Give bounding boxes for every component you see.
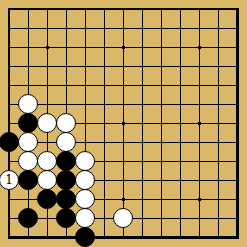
point[interactable] [95, 76, 114, 95]
grid-line-horizontal [95, 199, 114, 200]
point[interactable] [57, 114, 76, 133]
point[interactable] [0, 76, 19, 95]
grid-line-horizontal [152, 47, 171, 48]
grid-line-horizontal [133, 218, 152, 219]
point[interactable] [38, 133, 57, 152]
point[interactable] [152, 171, 171, 190]
white-stone [37, 151, 57, 171]
grid-line-horizontal [152, 85, 171, 86]
point[interactable] [38, 228, 57, 247]
grid-line-horizontal [190, 85, 209, 86]
grid-line-horizontal [8, 8, 19, 10]
point[interactable] [19, 114, 38, 133]
grid-line-horizontal [228, 66, 239, 67]
star-point [122, 198, 125, 201]
point[interactable] [19, 19, 38, 38]
point[interactable] [228, 190, 247, 209]
grid-line-horizontal [152, 8, 171, 10]
point[interactable] [19, 76, 38, 95]
grid-line-horizontal [228, 161, 239, 162]
point[interactable] [133, 209, 152, 228]
black-stone [56, 170, 76, 190]
point[interactable] [133, 95, 152, 114]
point[interactable] [38, 171, 57, 190]
grid-line-horizontal [95, 180, 114, 181]
point[interactable] [57, 228, 76, 247]
point[interactable] [57, 38, 76, 57]
grid-line-horizontal [152, 218, 171, 219]
white-stone [18, 132, 38, 152]
point[interactable] [95, 0, 114, 19]
point[interactable] [19, 57, 38, 76]
point[interactable] [152, 38, 171, 57]
point[interactable] [209, 209, 228, 228]
point[interactable] [152, 209, 171, 228]
white-stone [18, 151, 38, 171]
grid-line-horizontal [114, 66, 133, 67]
black-stone [56, 208, 76, 228]
grid-line-horizontal [19, 47, 38, 48]
point[interactable] [19, 38, 38, 57]
point[interactable] [190, 38, 209, 57]
point[interactable] [209, 0, 228, 19]
grid-line-horizontal [171, 47, 190, 48]
grid-line-horizontal [95, 218, 114, 219]
black-stone [0, 132, 19, 152]
point[interactable] [190, 95, 209, 114]
grid-line-horizontal [57, 66, 76, 67]
grid-line-horizontal [209, 28, 228, 29]
grid-line-horizontal [152, 236, 171, 239]
point[interactable] [38, 76, 57, 95]
go-board: 1 [0, 0, 247, 247]
point[interactable] [133, 171, 152, 190]
grid-line-horizontal [171, 104, 190, 105]
grid-line-horizontal [171, 218, 190, 219]
point[interactable] [38, 0, 57, 19]
point[interactable] [171, 209, 190, 228]
black-stone [18, 113, 38, 133]
grid-line-horizontal [133, 66, 152, 67]
grid-line-horizontal [114, 161, 133, 162]
point[interactable] [228, 171, 247, 190]
grid-line-horizontal [209, 66, 228, 67]
point[interactable] [95, 95, 114, 114]
point[interactable] [76, 228, 95, 247]
point[interactable] [228, 152, 247, 171]
grid-line-horizontal [8, 236, 19, 239]
point[interactable] [171, 228, 190, 247]
point[interactable] [38, 209, 57, 228]
point[interactable] [76, 57, 95, 76]
point[interactable] [152, 114, 171, 133]
point[interactable] [133, 19, 152, 38]
point[interactable] [0, 133, 19, 152]
point[interactable] [76, 152, 95, 171]
point[interactable] [171, 114, 190, 133]
point[interactable] [171, 19, 190, 38]
point[interactable] [57, 0, 76, 19]
point[interactable] [95, 114, 114, 133]
point[interactable] [114, 114, 133, 133]
black-stone [56, 189, 76, 209]
grid-line-horizontal [114, 236, 133, 239]
grid-line-horizontal [133, 8, 152, 10]
point[interactable] [209, 152, 228, 171]
point[interactable] [190, 76, 209, 95]
point[interactable] [57, 57, 76, 76]
point[interactable] [38, 57, 57, 76]
point[interactable] [0, 152, 19, 171]
grid-line-horizontal [133, 142, 152, 143]
grid-line-horizontal [19, 8, 38, 10]
point[interactable] [133, 190, 152, 209]
point[interactable] [0, 114, 19, 133]
grid-line-horizontal [228, 123, 239, 124]
star-point [198, 198, 201, 201]
point[interactable] [190, 19, 209, 38]
grid-line-horizontal [57, 104, 76, 105]
point[interactable] [133, 57, 152, 76]
grid-line-horizontal [76, 66, 95, 67]
grid-line-horizontal [76, 28, 95, 29]
point[interactable] [0, 19, 19, 38]
grid-line-horizontal [209, 85, 228, 86]
point[interactable] [209, 133, 228, 152]
grid-line-horizontal [209, 218, 228, 219]
point[interactable] [19, 95, 38, 114]
grid-line-horizontal [8, 66, 19, 67]
grid-line-horizontal [209, 123, 228, 124]
point[interactable] [19, 152, 38, 171]
black-stone [56, 151, 76, 171]
point[interactable] [152, 95, 171, 114]
grid-line-horizontal [8, 199, 19, 200]
grid-line-horizontal [76, 85, 95, 86]
point[interactable] [209, 171, 228, 190]
grid-line-horizontal [95, 85, 114, 86]
point[interactable] [114, 228, 133, 247]
point[interactable] [190, 228, 209, 247]
point[interactable] [76, 0, 95, 19]
point[interactable] [228, 76, 247, 95]
point[interactable] [57, 171, 76, 190]
white-stone [75, 189, 95, 209]
point[interactable] [114, 38, 133, 57]
point[interactable] [95, 209, 114, 228]
point[interactable] [19, 0, 38, 19]
point[interactable] [152, 57, 171, 76]
point[interactable] [171, 76, 190, 95]
star-point [198, 122, 201, 125]
point[interactable] [95, 133, 114, 152]
grid-line-horizontal [133, 47, 152, 48]
point[interactable] [95, 152, 114, 171]
point[interactable] [209, 19, 228, 38]
grid-line-horizontal [228, 180, 239, 181]
point[interactable] [152, 0, 171, 19]
point[interactable] [190, 114, 209, 133]
point[interactable] [57, 133, 76, 152]
point[interactable] [190, 152, 209, 171]
grid-line-horizontal [76, 104, 95, 105]
point[interactable] [133, 228, 152, 247]
point[interactable] [114, 171, 133, 190]
point[interactable] [76, 95, 95, 114]
point[interactable] [0, 57, 19, 76]
black-stone [75, 227, 95, 247]
point[interactable] [76, 133, 95, 152]
grid-line-horizontal [38, 28, 57, 29]
point[interactable] [114, 76, 133, 95]
grid-line-horizontal [57, 8, 76, 10]
point[interactable] [76, 76, 95, 95]
grid-line-horizontal [95, 8, 114, 10]
point[interactable] [38, 38, 57, 57]
point[interactable] [133, 152, 152, 171]
point[interactable] [114, 152, 133, 171]
point[interactable] [57, 95, 76, 114]
point[interactable] [190, 171, 209, 190]
point[interactable] [57, 190, 76, 209]
grid-line-horizontal [171, 85, 190, 86]
black-stone [18, 170, 38, 190]
grid-line-horizontal [171, 123, 190, 124]
go-board-diagram: 1 [0, 0, 247, 247]
grid-line-horizontal [171, 236, 190, 239]
grid-line-horizontal [38, 66, 57, 67]
grid-line-horizontal [95, 66, 114, 67]
grid-line-horizontal [190, 161, 209, 162]
point[interactable]: 1 [0, 171, 19, 190]
point[interactable] [228, 0, 247, 19]
grid-line-horizontal [228, 47, 239, 48]
point[interactable] [76, 19, 95, 38]
grid-line-horizontal [228, 8, 239, 10]
point[interactable] [171, 133, 190, 152]
grid-line-horizontal [76, 123, 95, 124]
point[interactable] [133, 0, 152, 19]
grid-line-horizontal [190, 66, 209, 67]
grid-line-horizontal [95, 142, 114, 143]
point[interactable] [38, 152, 57, 171]
grid-line-horizontal [19, 236, 38, 239]
point[interactable] [133, 114, 152, 133]
point[interactable] [76, 114, 95, 133]
point[interactable] [19, 171, 38, 190]
point[interactable] [171, 171, 190, 190]
grid-line-horizontal [190, 218, 209, 219]
grid-line-horizontal [190, 180, 209, 181]
grid-line-horizontal [38, 236, 57, 239]
grid-line-horizontal [133, 161, 152, 162]
point[interactable] [19, 228, 38, 247]
grid-line-horizontal [19, 85, 38, 86]
point[interactable] [209, 76, 228, 95]
grid-line-horizontal [19, 66, 38, 67]
point[interactable] [114, 209, 133, 228]
point[interactable] [133, 76, 152, 95]
grid-line-horizontal [228, 85, 239, 86]
point[interactable] [114, 19, 133, 38]
white-stone [113, 208, 133, 228]
point[interactable] [190, 190, 209, 209]
point[interactable] [0, 209, 19, 228]
point[interactable] [152, 133, 171, 152]
grid-line-horizontal [152, 142, 171, 143]
grid-line-horizontal [171, 180, 190, 181]
point[interactable] [0, 95, 19, 114]
grid-line-horizontal [133, 180, 152, 181]
point[interactable] [19, 133, 38, 152]
point[interactable] [95, 190, 114, 209]
point[interactable] [152, 19, 171, 38]
grid-line-horizontal [95, 28, 114, 29]
point[interactable] [114, 0, 133, 19]
point[interactable] [228, 228, 247, 247]
point[interactable] [95, 57, 114, 76]
grid-line-horizontal [95, 104, 114, 105]
point[interactable] [209, 38, 228, 57]
grid-line-horizontal [209, 161, 228, 162]
point[interactable] [228, 209, 247, 228]
point[interactable] [114, 133, 133, 152]
grid-line-horizontal [171, 8, 190, 10]
point[interactable] [0, 228, 19, 247]
grid-line-horizontal [228, 218, 239, 219]
point[interactable] [228, 95, 247, 114]
point[interactable] [171, 0, 190, 19]
point[interactable] [209, 57, 228, 76]
point[interactable] [171, 57, 190, 76]
grid-line-horizontal [57, 236, 76, 239]
point[interactable] [19, 190, 38, 209]
point[interactable] [152, 228, 171, 247]
grid-line-horizontal [38, 8, 57, 10]
point[interactable] [133, 38, 152, 57]
point[interactable] [209, 114, 228, 133]
white-stone [56, 132, 76, 152]
point[interactable] [0, 38, 19, 57]
point[interactable] [190, 133, 209, 152]
white-stone-move-1: 1 [0, 170, 19, 190]
grid-line-horizontal [209, 8, 228, 10]
grid-line-horizontal [133, 199, 152, 200]
point[interactable] [76, 38, 95, 57]
point[interactable] [38, 95, 57, 114]
white-stone [18, 94, 38, 114]
grid-line-horizontal [171, 161, 190, 162]
point[interactable] [0, 0, 19, 19]
point[interactable] [57, 209, 76, 228]
point[interactable] [228, 114, 247, 133]
grid-line-horizontal [57, 28, 76, 29]
point[interactable] [57, 19, 76, 38]
grid-line-horizontal [95, 123, 114, 124]
point[interactable] [95, 171, 114, 190]
point[interactable] [171, 190, 190, 209]
point[interactable] [95, 19, 114, 38]
grid-line-horizontal [114, 85, 133, 86]
grid-line-horizontal [209, 199, 228, 200]
grid-line-horizontal [8, 47, 19, 48]
grid-line-horizontal [209, 47, 228, 48]
grid-line-horizontal [133, 104, 152, 105]
grid-line-horizontal [228, 28, 239, 29]
point[interactable] [171, 95, 190, 114]
grid-line-horizontal [171, 142, 190, 143]
point[interactable] [190, 57, 209, 76]
star-point [46, 46, 49, 49]
grid-line-horizontal [95, 236, 114, 239]
point[interactable] [76, 190, 95, 209]
grid-line-horizontal [209, 142, 228, 143]
point[interactable] [38, 190, 57, 209]
point[interactable] [228, 133, 247, 152]
point[interactable] [76, 171, 95, 190]
point[interactable] [171, 152, 190, 171]
grid-line-horizontal [133, 85, 152, 86]
point[interactable] [133, 133, 152, 152]
point[interactable] [209, 190, 228, 209]
point[interactable] [228, 19, 247, 38]
point[interactable] [0, 190, 19, 209]
point[interactable] [114, 95, 133, 114]
point[interactable] [19, 209, 38, 228]
grid-line-horizontal [209, 236, 228, 239]
grid-line-horizontal [19, 199, 38, 200]
grid-line-horizontal [95, 161, 114, 162]
point[interactable] [57, 152, 76, 171]
point[interactable] [228, 57, 247, 76]
grid-line-horizontal [57, 47, 76, 48]
grid-line-horizontal [190, 28, 209, 29]
star-point [122, 46, 125, 49]
grid-line-horizontal [209, 180, 228, 181]
grid-line-horizontal [152, 123, 171, 124]
grid-line-horizontal [95, 47, 114, 48]
point[interactable] [38, 19, 57, 38]
grid-line-horizontal [228, 104, 239, 105]
point[interactable] [209, 95, 228, 114]
point[interactable] [171, 38, 190, 57]
grid-line-horizontal [171, 28, 190, 29]
point[interactable] [152, 152, 171, 171]
grid-line-horizontal [19, 28, 38, 29]
grid-line-horizontal [76, 8, 95, 10]
point[interactable] [57, 76, 76, 95]
point[interactable] [114, 57, 133, 76]
star-point [122, 122, 125, 125]
grid-line-horizontal [190, 104, 209, 105]
point[interactable] [95, 38, 114, 57]
grid-line-horizontal [76, 142, 95, 143]
point[interactable] [114, 190, 133, 209]
point[interactable] [209, 228, 228, 247]
grid-line-horizontal [38, 104, 57, 105]
point[interactable] [228, 38, 247, 57]
point[interactable] [190, 0, 209, 19]
point[interactable] [95, 228, 114, 247]
point[interactable] [152, 76, 171, 95]
grid-line-horizontal [38, 142, 57, 143]
point[interactable] [76, 209, 95, 228]
point[interactable] [190, 209, 209, 228]
point[interactable] [152, 190, 171, 209]
grid-line-horizontal [76, 47, 95, 48]
point[interactable] [38, 114, 57, 133]
star-point [198, 46, 201, 49]
